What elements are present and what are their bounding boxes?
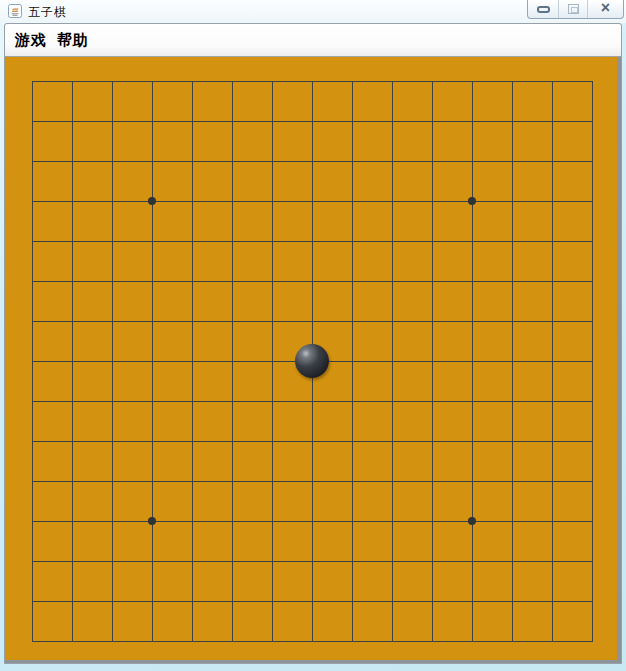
menu-help[interactable]: 帮助 bbox=[52, 24, 94, 56]
minimize-icon bbox=[537, 6, 550, 13]
board-bed bbox=[5, 57, 621, 663]
close-button[interactable]: × bbox=[588, 0, 623, 18]
star-point bbox=[468, 197, 476, 205]
window-controls: × bbox=[527, 0, 624, 19]
maximize-button[interactable] bbox=[559, 0, 588, 18]
window-title: 五子棋 bbox=[28, 4, 67, 21]
close-icon: × bbox=[601, 0, 610, 16]
maximize-icon bbox=[568, 4, 579, 14]
app-window: 五子棋 × 游戏 帮助 bbox=[0, 0, 626, 671]
menu-game[interactable]: 游戏 bbox=[10, 24, 52, 56]
menu-bar: 游戏 帮助 bbox=[5, 24, 621, 57]
star-point bbox=[148, 517, 156, 525]
window-titlebar[interactable]: 五子棋 × bbox=[0, 0, 626, 23]
star-point bbox=[468, 517, 476, 525]
board-grid bbox=[32, 81, 593, 642]
client-area: 游戏 帮助 bbox=[4, 23, 622, 664]
java-app-icon bbox=[8, 4, 22, 18]
gomoku-board[interactable] bbox=[5, 57, 617, 660]
black-stone bbox=[295, 344, 329, 378]
star-point bbox=[148, 197, 156, 205]
minimize-button[interactable] bbox=[528, 0, 559, 18]
